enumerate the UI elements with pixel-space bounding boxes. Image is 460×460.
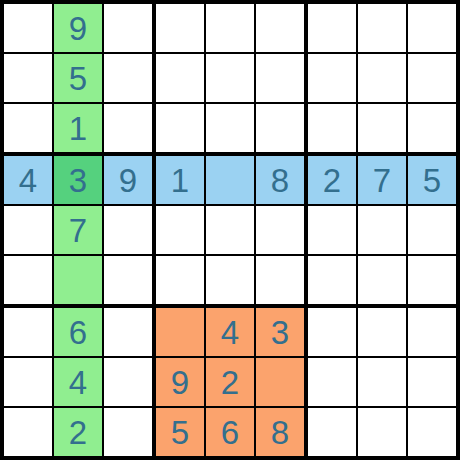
cell-r6c9[interactable] [408, 256, 456, 308]
cell-r8c1[interactable] [4, 358, 54, 408]
cell-r9c8[interactable] [358, 408, 408, 456]
cell-r6c2[interactable] [54, 256, 104, 308]
cell-r9c2[interactable]: 2 [54, 408, 104, 456]
cell-r2c6[interactable] [256, 54, 308, 104]
cell-r5c7[interactable] [308, 206, 358, 256]
cell-r1c9[interactable] [408, 4, 456, 54]
cell-r5c5[interactable] [206, 206, 256, 256]
cell-r3c1[interactable] [4, 104, 54, 156]
cell-r7c8[interactable] [358, 308, 408, 358]
cell-r3c3[interactable] [104, 104, 156, 156]
cell-r5c6[interactable] [256, 206, 308, 256]
cell-r1c2[interactable]: 9 [54, 4, 104, 54]
cell-r8c3[interactable] [104, 358, 156, 408]
cell-r2c3[interactable] [104, 54, 156, 104]
cell-r5c2[interactable]: 7 [54, 206, 104, 256]
cell-r1c4[interactable] [156, 4, 206, 54]
cell-r4c1[interactable]: 4 [4, 156, 54, 206]
cell-r5c3[interactable] [104, 206, 156, 256]
cell-r9c7[interactable] [308, 408, 358, 456]
cell-r8c4[interactable]: 9 [156, 358, 206, 408]
cell-r9c4[interactable]: 5 [156, 408, 206, 456]
cell-r4c3[interactable]: 9 [104, 156, 156, 206]
cell-r2c8[interactable] [358, 54, 408, 104]
cell-r6c7[interactable] [308, 256, 358, 308]
cell-r9c5[interactable]: 6 [206, 408, 256, 456]
cell-r4c5[interactable] [206, 156, 256, 206]
cell-r3c5[interactable] [206, 104, 256, 156]
cell-r9c9[interactable] [408, 408, 456, 456]
cell-r8c9[interactable] [408, 358, 456, 408]
cell-r3c6[interactable] [256, 104, 308, 156]
cell-r6c3[interactable] [104, 256, 156, 308]
cell-r2c2[interactable]: 5 [54, 54, 104, 104]
cell-r3c4[interactable] [156, 104, 206, 156]
cell-r5c4[interactable] [156, 206, 206, 256]
cell-r2c7[interactable] [308, 54, 358, 104]
cell-r4c8[interactable]: 7 [358, 156, 408, 206]
cell-r5c9[interactable] [408, 206, 456, 256]
cell-r1c1[interactable] [4, 4, 54, 54]
cell-r3c8[interactable] [358, 104, 408, 156]
cell-r5c1[interactable] [4, 206, 54, 256]
cell-r1c6[interactable] [256, 4, 308, 54]
cell-r7c2[interactable]: 6 [54, 308, 104, 358]
cell-r1c7[interactable] [308, 4, 358, 54]
cell-r8c8[interactable] [358, 358, 408, 408]
cell-r2c4[interactable] [156, 54, 206, 104]
cell-r3c9[interactable] [408, 104, 456, 156]
cell-r7c7[interactable] [308, 308, 358, 358]
cell-r4c9[interactable]: 5 [408, 156, 456, 206]
cell-r6c1[interactable] [4, 256, 54, 308]
cell-r7c3[interactable] [104, 308, 156, 358]
cell-r6c5[interactable] [206, 256, 256, 308]
cell-r2c9[interactable] [408, 54, 456, 104]
cell-r8c7[interactable] [308, 358, 358, 408]
cell-r1c5[interactable] [206, 4, 256, 54]
cell-r7c4[interactable] [156, 308, 206, 358]
cell-r5c8[interactable] [358, 206, 408, 256]
sudoku-board: 9514391827576434922568 [0, 0, 460, 460]
cell-r4c2[interactable]: 3 [54, 156, 104, 206]
cell-r3c7[interactable] [308, 104, 358, 156]
cell-r1c3[interactable] [104, 4, 156, 54]
cell-r7c6[interactable]: 3 [256, 308, 308, 358]
cell-r7c1[interactable] [4, 308, 54, 358]
cell-r6c8[interactable] [358, 256, 408, 308]
cell-r8c2[interactable]: 4 [54, 358, 104, 408]
cell-r9c6[interactable]: 8 [256, 408, 308, 456]
cell-r4c4[interactable]: 1 [156, 156, 206, 206]
cell-r3c2[interactable]: 1 [54, 104, 104, 156]
cell-r1c8[interactable] [358, 4, 408, 54]
cell-r7c9[interactable] [408, 308, 456, 358]
cell-r8c6[interactable] [256, 358, 308, 408]
cell-r6c4[interactable] [156, 256, 206, 308]
cell-r2c5[interactable] [206, 54, 256, 104]
cell-r9c1[interactable] [4, 408, 54, 456]
cell-r4c6[interactable]: 8 [256, 156, 308, 206]
cell-r9c3[interactable] [104, 408, 156, 456]
cell-r6c6[interactable] [256, 256, 308, 308]
cell-r2c1[interactable] [4, 54, 54, 104]
cell-r8c5[interactable]: 2 [206, 358, 256, 408]
cell-r4c7[interactable]: 2 [308, 156, 358, 206]
cell-r7c5[interactable]: 4 [206, 308, 256, 358]
